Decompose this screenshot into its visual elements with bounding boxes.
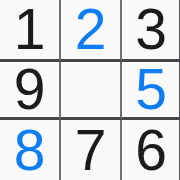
sudoku-board: 1 2 3 9 5 8 7 6 — [0, 0, 180, 180]
sudoku-cell-r2c2[interactable] — [61, 62, 122, 120]
sudoku-cell-r2c1[interactable]: 9 — [0, 62, 61, 120]
sudoku-cell-r1c1[interactable]: 1 — [0, 0, 61, 62]
sudoku-cell-r1c2[interactable]: 2 — [61, 0, 122, 62]
sudoku-cell-r3c2[interactable]: 7 — [61, 120, 122, 180]
sudoku-cell-r2c3[interactable]: 5 — [122, 62, 180, 120]
sudoku-cell-r1c3[interactable]: 3 — [122, 0, 180, 62]
sudoku-cell-r3c3[interactable]: 6 — [122, 120, 180, 180]
sudoku-cell-r3c1[interactable]: 8 — [0, 120, 61, 180]
